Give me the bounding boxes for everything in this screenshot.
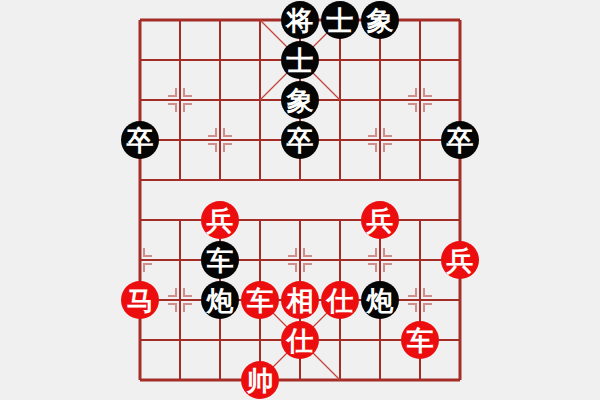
piece-glyph: 兵 [207,207,234,234]
piece-red-chariot-1[interactable]: 车 [241,281,279,319]
piece-glyph: 车 [207,247,234,274]
piece-glyph: 士 [287,47,314,74]
piece-black-pawn-2[interactable]: 卒 [281,121,319,159]
piece-glyph: 卒 [447,127,474,154]
piece-glyph: 炮 [207,287,234,314]
piece-black-cannon-2[interactable]: 炮 [361,281,399,319]
piece-black-elephant-1[interactable]: 象 [361,1,399,39]
piece-red-chariot-2[interactable]: 车 [401,321,439,359]
piece-glyph: 兵 [447,247,474,274]
piece-glyph: 仕 [287,327,314,354]
piece-glyph: 车 [407,327,434,354]
piece-red-elephant-1[interactable]: 相 [281,281,319,319]
piece-glyph: 卒 [287,127,314,154]
piece-black-chariot-1[interactable]: 车 [201,241,239,279]
piece-glyph: 卒 [127,127,154,154]
pieces-layer: 将士象士象卒卒卒兵兵车兵马炮车相仕炮仕车帅 [120,0,480,400]
piece-glyph: 仕 [327,287,354,314]
piece-red-advisor-2[interactable]: 仕 [281,321,319,359]
piece-black-general[interactable]: 将 [281,1,319,39]
piece-red-pawn-1[interactable]: 兵 [201,201,239,239]
piece-black-pawn-1[interactable]: 卒 [121,121,159,159]
piece-red-pawn-2[interactable]: 兵 [361,201,399,239]
piece-glyph: 车 [247,287,274,314]
piece-glyph: 炮 [367,287,394,314]
xiangqi-board: 将士象士象卒卒卒兵兵车兵马炮车相仕炮仕车帅 [0,0,600,400]
piece-glyph: 象 [367,7,394,34]
piece-black-pawn-3[interactable]: 卒 [441,121,479,159]
piece-glyph: 将 [287,7,314,34]
piece-red-general[interactable]: 帅 [241,361,279,399]
piece-black-cannon-1[interactable]: 炮 [201,281,239,319]
piece-black-advisor-1[interactable]: 士 [321,1,359,39]
piece-glyph: 象 [287,87,314,114]
piece-black-advisor-2[interactable]: 士 [281,41,319,79]
piece-black-elephant-2[interactable]: 象 [281,81,319,119]
piece-red-advisor-1[interactable]: 仕 [321,281,359,319]
piece-glyph: 士 [327,7,354,34]
piece-glyph: 马 [127,287,154,314]
piece-glyph: 兵 [367,207,394,234]
piece-red-horse-1[interactable]: 马 [121,281,159,319]
piece-glyph: 帅 [247,367,274,394]
piece-red-pawn-3[interactable]: 兵 [441,241,479,279]
piece-glyph: 相 [287,287,314,314]
